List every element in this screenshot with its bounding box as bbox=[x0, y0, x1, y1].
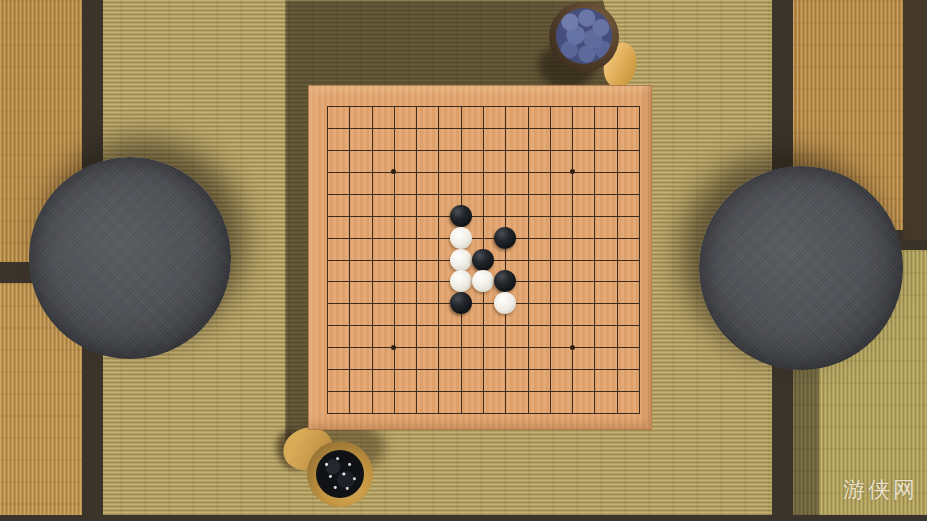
grid-line-horizontal bbox=[327, 369, 640, 370]
bottom-stone-bowl bbox=[307, 441, 373, 507]
stone-black-g10[interactable] bbox=[450, 292, 472, 314]
star-point bbox=[391, 169, 396, 174]
stone-white-g8[interactable] bbox=[450, 249, 472, 271]
star-point bbox=[570, 345, 575, 350]
stone-white-h9[interactable] bbox=[472, 270, 494, 292]
grid-line-vertical bbox=[639, 106, 640, 414]
grid-line-horizontal bbox=[327, 347, 640, 348]
grid-line-horizontal bbox=[327, 303, 640, 304]
star-point bbox=[391, 345, 396, 350]
grid-line-horizontal bbox=[327, 325, 640, 326]
grid-line-horizontal bbox=[327, 391, 640, 392]
grid-line-vertical bbox=[617, 106, 618, 414]
stone-black-i9[interactable] bbox=[494, 270, 516, 292]
scene: 游侠网 bbox=[0, 0, 927, 521]
stone-white-i10[interactable] bbox=[494, 292, 516, 314]
stone-white-g9[interactable] bbox=[450, 270, 472, 292]
grid-line-vertical bbox=[594, 106, 595, 414]
watermark-text: 游侠网 bbox=[843, 472, 927, 508]
grid-line-vertical bbox=[550, 106, 551, 414]
stone-black-g6[interactable] bbox=[450, 205, 472, 227]
floor-cushion-left bbox=[29, 157, 231, 359]
grid-line-horizontal bbox=[327, 413, 640, 414]
grid-line-vertical bbox=[505, 106, 506, 414]
grid-line-vertical bbox=[528, 106, 529, 414]
top-stone-bowl bbox=[549, 2, 619, 72]
floor-cushion-right bbox=[699, 166, 903, 370]
stone-black-i7[interactable] bbox=[494, 227, 516, 249]
grid-line-vertical bbox=[572, 106, 573, 414]
stone-white-g7[interactable] bbox=[450, 227, 472, 249]
stone-black-h8[interactable] bbox=[472, 249, 494, 271]
board-grid[interactable] bbox=[327, 106, 640, 414]
gomoku-board[interactable] bbox=[308, 85, 652, 430]
star-point bbox=[570, 169, 575, 174]
top-bowl-blue-stones bbox=[556, 8, 612, 64]
bottom-bowl-black-stones bbox=[316, 450, 364, 498]
tatami-border-bottom bbox=[0, 515, 927, 521]
tatami-border-right-edge bbox=[903, 0, 927, 240]
